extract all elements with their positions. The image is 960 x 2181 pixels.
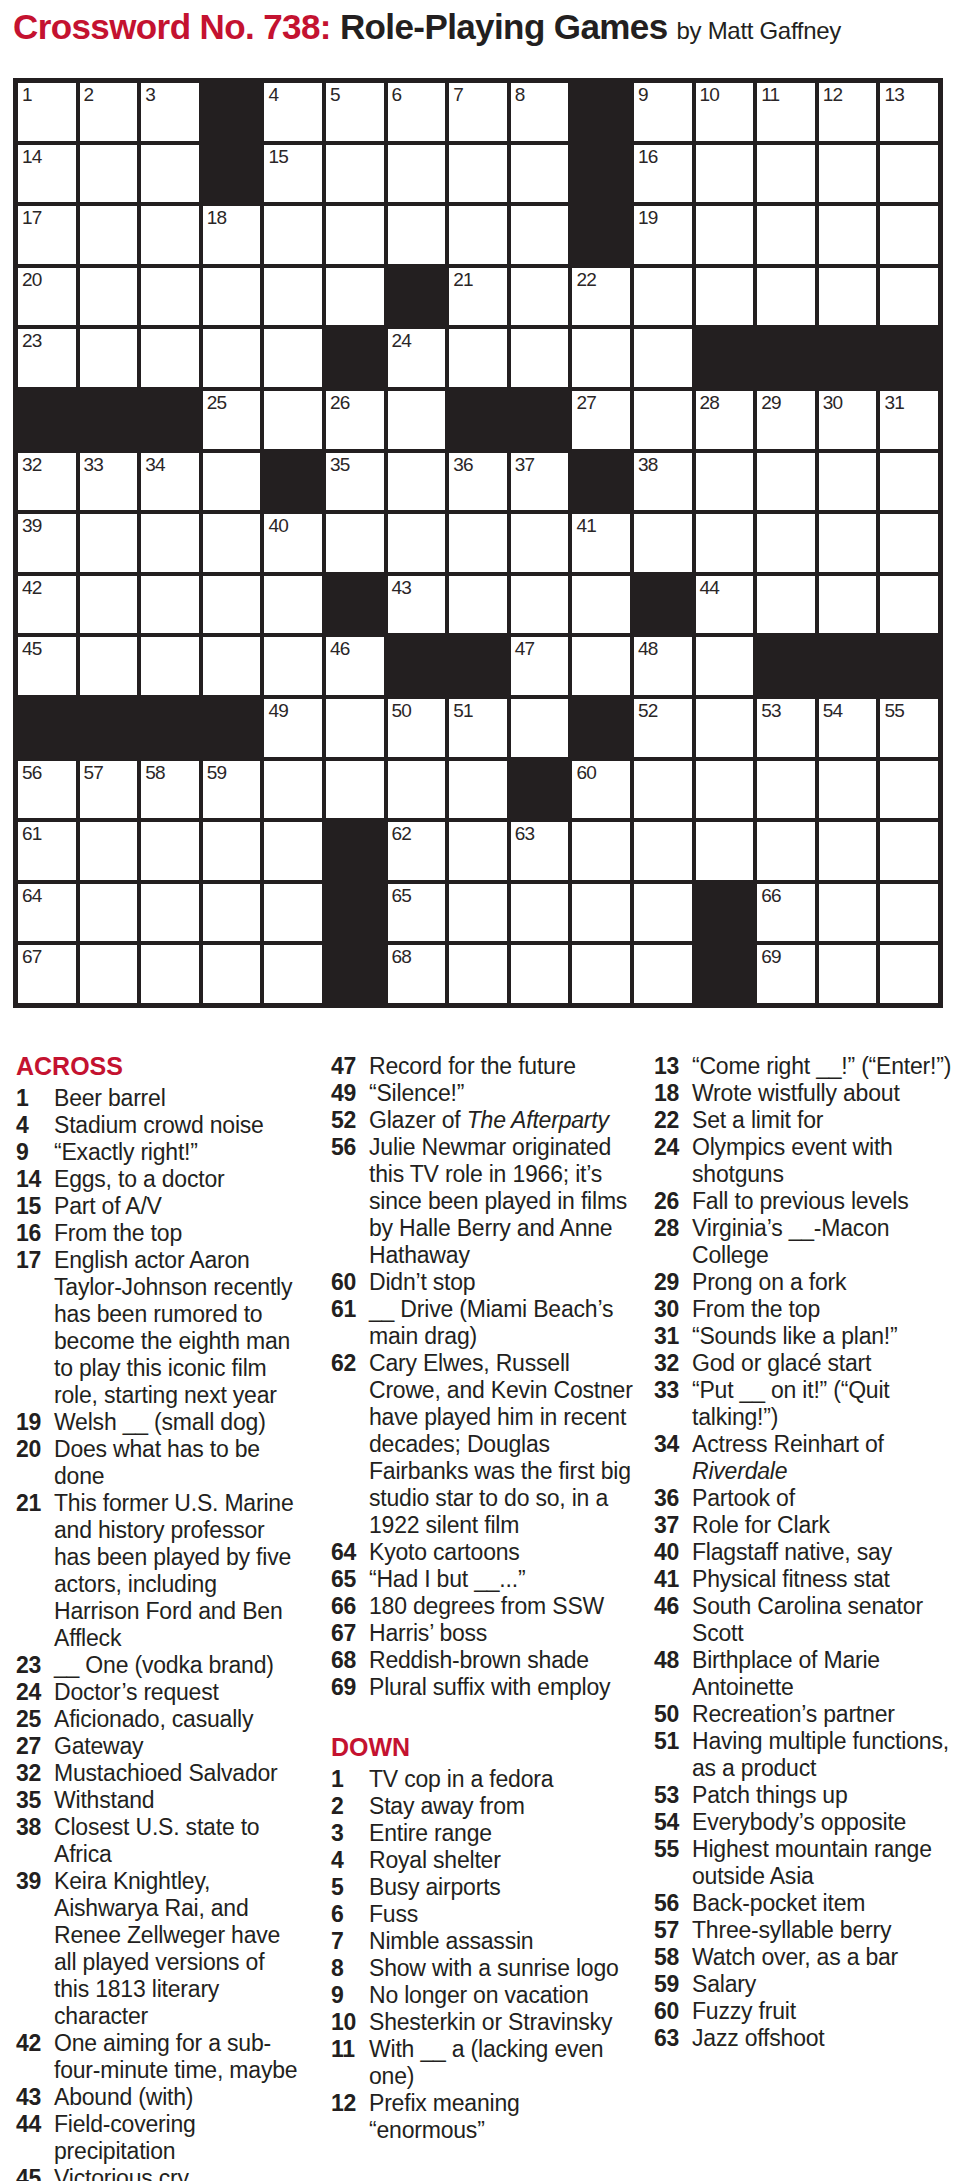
cell-r15c14[interactable]	[819, 945, 877, 1003]
cell-r13c14[interactable]	[819, 822, 877, 880]
cell-r15c10[interactable]	[572, 945, 630, 1003]
cell-r8c2[interactable]	[80, 514, 138, 572]
cell-r15c11[interactable]	[634, 945, 692, 1003]
cell-r2c2[interactable]	[80, 145, 138, 203]
down-clue-59: 59Salary	[654, 1971, 954, 1998]
cell-r15c4[interactable]	[203, 945, 261, 1003]
cell-r6c12[interactable]: 28	[696, 391, 754, 449]
cell-r3c11[interactable]: 19	[634, 206, 692, 264]
clue-number: 20	[22, 270, 42, 289]
black-cell-r11c10	[572, 699, 630, 757]
black-cell-r12c9	[511, 761, 569, 819]
cell-r4c3[interactable]	[141, 268, 199, 326]
cell-r14c14[interactable]	[819, 884, 877, 942]
cell-r3c5[interactable]	[264, 206, 322, 264]
cell-r2c3[interactable]	[141, 145, 199, 203]
cell-r14c8[interactable]	[449, 884, 507, 942]
cell-r5c3[interactable]	[141, 329, 199, 387]
cell-r7c8[interactable]: 36	[449, 453, 507, 511]
clue-num: 39	[16, 1868, 54, 1895]
cell-r11c5[interactable]: 49	[264, 699, 322, 757]
cell-r15c8[interactable]	[449, 945, 507, 1003]
clue-number: 23	[22, 331, 42, 350]
across-clue-32: 32Mustachioed Salvador	[16, 1760, 304, 1787]
cell-r8c7[interactable]	[388, 514, 446, 572]
clue-num: 18	[654, 1080, 692, 1107]
cell-r13c2[interactable]	[80, 822, 138, 880]
cell-r11c15[interactable]: 55	[880, 699, 938, 757]
clue-number: 18	[207, 208, 227, 227]
cell-r10c10[interactable]	[572, 637, 630, 695]
cell-r1c15[interactable]: 13	[880, 83, 938, 141]
cell-r9c10[interactable]	[572, 576, 630, 634]
clue-text: Actress Reinhart of Riverdale	[692, 1431, 954, 1485]
cell-r2c6[interactable]	[326, 145, 384, 203]
cell-r1c2[interactable]: 2	[80, 83, 138, 141]
cell-r1c13[interactable]: 11	[757, 83, 815, 141]
clue-number: 36	[453, 455, 473, 474]
cell-r2c9[interactable]	[511, 145, 569, 203]
down-clue-28: 28Virginia’s __-Macon College	[654, 1215, 954, 1269]
cell-r12c5[interactable]	[264, 761, 322, 819]
clue-text: Abound (with)	[54, 2084, 304, 2111]
black-cell-r5c12	[696, 329, 754, 387]
cell-r4c9[interactable]	[511, 268, 569, 326]
cell-r6c10[interactable]: 27	[572, 391, 630, 449]
clue-num: 4	[331, 1847, 369, 1874]
across-clue-15: 15Part of A/V	[16, 1193, 304, 1220]
cell-r10c4[interactable]	[203, 637, 261, 695]
cell-r12c4[interactable]: 59	[203, 761, 261, 819]
cell-r3c12[interactable]	[696, 206, 754, 264]
cell-r10c3[interactable]	[141, 637, 199, 695]
cell-r3c7[interactable]	[388, 206, 446, 264]
cell-r4c15[interactable]	[880, 268, 938, 326]
cell-r2c7[interactable]	[388, 145, 446, 203]
cell-r9c5[interactable]	[264, 576, 322, 634]
cell-r1c5[interactable]: 4	[264, 83, 322, 141]
cell-r4c2[interactable]	[80, 268, 138, 326]
cell-r6c6[interactable]: 26	[326, 391, 384, 449]
clue-num: 62	[331, 1350, 369, 1377]
cell-r15c5[interactable]	[264, 945, 322, 1003]
cell-r10c12[interactable]	[696, 637, 754, 695]
clue-number: 32	[22, 455, 42, 474]
black-cell-r15c6	[326, 945, 384, 1003]
cell-r3c9[interactable]	[511, 206, 569, 264]
clue-num: 36	[654, 1485, 692, 1512]
down-clue-56: 56Back-pocket item	[654, 1890, 954, 1917]
cell-r14c2[interactable]	[80, 884, 138, 942]
clue-num: 33	[654, 1377, 692, 1404]
cell-r2c14[interactable]	[819, 145, 877, 203]
cell-r9c1[interactable]: 42	[18, 576, 76, 634]
cell-r11c8[interactable]: 51	[449, 699, 507, 757]
clue-num: 69	[331, 1674, 369, 1701]
cell-r1c12[interactable]: 10	[696, 83, 754, 141]
clue-num: 66	[331, 1593, 369, 1620]
cell-r10c11[interactable]: 48	[634, 637, 692, 695]
cell-r8c4[interactable]	[203, 514, 261, 572]
clue-text: Fuzzy fruit	[692, 1998, 954, 2025]
black-cell-r6c9	[511, 391, 569, 449]
across-clue-21: 21This former U.S. Marine and history pr…	[16, 1490, 304, 1652]
cell-r8c10[interactable]: 41	[572, 514, 630, 572]
cell-r1c3[interactable]: 3	[141, 83, 199, 141]
clue-num: 65	[331, 1566, 369, 1593]
across-clue-47: 47Record for the future	[331, 1053, 637, 1080]
cell-r3c13[interactable]	[757, 206, 815, 264]
black-cell-r14c12	[696, 884, 754, 942]
down-clue-3: 3Entire range	[331, 1820, 637, 1847]
clue-text: “Had I but __...”	[369, 1566, 637, 1593]
clue-text: Highest mountain range outside Asia	[692, 1836, 954, 1890]
clue-number: 50	[392, 701, 412, 720]
cell-r12c12[interactable]	[696, 761, 754, 819]
cell-r15c2[interactable]	[80, 945, 138, 1003]
cell-r14c3[interactable]	[141, 884, 199, 942]
cell-r2c8[interactable]	[449, 145, 507, 203]
cell-r9c13[interactable]	[757, 576, 815, 634]
clue-num: 25	[16, 1706, 54, 1733]
cell-r4c5[interactable]	[264, 268, 322, 326]
cell-r4c12[interactable]	[696, 268, 754, 326]
down-clue-57: 57Three-syllable berry	[654, 1917, 954, 1944]
clue-num: 27	[16, 1733, 54, 1760]
cell-r1c8[interactable]: 7	[449, 83, 507, 141]
cell-r5c11[interactable]	[634, 329, 692, 387]
cell-r4c11[interactable]	[634, 268, 692, 326]
clue-number: 9	[638, 85, 648, 104]
cell-r2c1[interactable]: 14	[18, 145, 76, 203]
cell-r1c14[interactable]: 12	[819, 83, 877, 141]
cell-r3c15[interactable]	[880, 206, 938, 264]
clue-text: “Sounds like a plan!”	[692, 1323, 954, 1350]
cell-r13c4[interactable]	[203, 822, 261, 880]
down-clue-41: 41Physical fitness stat	[654, 1566, 954, 1593]
cell-r15c9[interactable]	[511, 945, 569, 1003]
cell-r12c10[interactable]: 60	[572, 761, 630, 819]
cell-r2c13[interactable]	[757, 145, 815, 203]
cell-r11c11[interactable]: 52	[634, 699, 692, 757]
down-clue-22: 22Set a limit for	[654, 1107, 954, 1134]
clue-num: 22	[654, 1107, 692, 1134]
black-cell-r5c13	[757, 329, 815, 387]
cell-r14c15[interactable]	[880, 884, 938, 942]
cell-r1c7[interactable]: 6	[388, 83, 446, 141]
cell-r8c13[interactable]	[757, 514, 815, 572]
cell-r11c12[interactable]	[696, 699, 754, 757]
cell-r3c4[interactable]: 18	[203, 206, 261, 264]
cell-r3c14[interactable]	[819, 206, 877, 264]
clue-text: English actor Aaron Taylor-Johnson recen…	[54, 1247, 304, 1409]
clue-number: 61	[22, 824, 42, 843]
cell-r14c10[interactable]	[572, 884, 630, 942]
cell-r13c12[interactable]	[696, 822, 754, 880]
clue-num: 68	[331, 1647, 369, 1674]
clue-num: 43	[16, 2084, 54, 2111]
black-cell-r3c10	[572, 206, 630, 264]
clue-num: 50	[654, 1701, 692, 1728]
across-clue-68: 68Reddish-brown shade	[331, 1647, 637, 1674]
clue-number: 26	[330, 393, 350, 412]
clue-num: 59	[654, 1971, 692, 1998]
down-clue-63: 63Jazz offshoot	[654, 2025, 954, 2052]
cell-r5c7[interactable]: 24	[388, 329, 446, 387]
clue-num: 47	[331, 1053, 369, 1080]
clue-num: 34	[654, 1431, 692, 1458]
across-clue-49: 49“Silence!”	[331, 1080, 637, 1107]
cell-r3c6[interactable]	[326, 206, 384, 264]
clue-number: 6	[392, 85, 402, 104]
clue-num: 16	[16, 1220, 54, 1247]
cell-r13c15[interactable]	[880, 822, 938, 880]
clue-number: 55	[884, 701, 904, 720]
clue-number: 27	[576, 393, 596, 412]
cell-r10c9[interactable]: 47	[511, 637, 569, 695]
cell-r9c2[interactable]	[80, 576, 138, 634]
clue-text: Glazer of The Afterparty	[369, 1107, 637, 1134]
cell-r11c14[interactable]: 54	[819, 699, 877, 757]
cell-r5c4[interactable]	[203, 329, 261, 387]
clue-num: 2	[331, 1793, 369, 1820]
clue-num: 13	[654, 1053, 692, 1080]
cell-r5c5[interactable]	[264, 329, 322, 387]
cell-r14c7[interactable]: 65	[388, 884, 446, 942]
cell-r1c11[interactable]: 9	[634, 83, 692, 141]
cell-r12c7[interactable]	[388, 761, 446, 819]
cell-r13c10[interactable]	[572, 822, 630, 880]
cell-r9c4[interactable]	[203, 576, 261, 634]
clue-num: 9	[16, 1139, 54, 1166]
black-cell-r2c10	[572, 145, 630, 203]
cell-r14c9[interactable]	[511, 884, 569, 942]
clue-number: 67	[22, 947, 42, 966]
clue-number: 53	[761, 701, 781, 720]
cell-r3c2[interactable]	[80, 206, 138, 264]
cell-r9c14[interactable]	[819, 576, 877, 634]
cell-r6c5[interactable]	[264, 391, 322, 449]
crossword-grid[interactable]: 1234567891011121314151617181920212223242…	[13, 78, 943, 1008]
cell-r8c5[interactable]: 40	[264, 514, 322, 572]
cell-r5c8[interactable]	[449, 329, 507, 387]
cell-r11c7[interactable]: 50	[388, 699, 446, 757]
cell-r12c11[interactable]	[634, 761, 692, 819]
cell-r5c1[interactable]: 23	[18, 329, 76, 387]
cell-r4c14[interactable]	[819, 268, 877, 326]
clue-number: 38	[638, 455, 658, 474]
cell-r12c3[interactable]: 58	[141, 761, 199, 819]
clue-num: 11	[331, 2036, 369, 2063]
cell-r3c3[interactable]	[141, 206, 199, 264]
cell-r13c3[interactable]	[141, 822, 199, 880]
cell-r13c7[interactable]: 62	[388, 822, 446, 880]
clue-num: 60	[654, 1998, 692, 2025]
clue-text: Eggs, to a doctor	[54, 1166, 304, 1193]
clue-num: 23	[16, 1652, 54, 1679]
cell-r5c10[interactable]	[572, 329, 630, 387]
clue-text: Set a limit for	[692, 1107, 954, 1134]
clue-number: 28	[700, 393, 720, 412]
cell-r3c8[interactable]	[449, 206, 507, 264]
cell-r14c11[interactable]	[634, 884, 692, 942]
clue-number: 13	[884, 85, 904, 104]
cell-r7c13[interactable]	[757, 453, 815, 511]
cell-r14c4[interactable]	[203, 884, 261, 942]
cell-r6c13[interactable]: 29	[757, 391, 815, 449]
clue-num: 14	[16, 1166, 54, 1193]
cell-r9c12[interactable]: 44	[696, 576, 754, 634]
cell-r9c9[interactable]	[511, 576, 569, 634]
clue-number: 2	[84, 85, 94, 104]
cell-r12c13[interactable]	[757, 761, 815, 819]
cell-r9c15[interactable]	[880, 576, 938, 634]
clue-number: 44	[700, 578, 720, 597]
cell-r7c4[interactable]	[203, 453, 261, 511]
cell-r4c1[interactable]: 20	[18, 268, 76, 326]
cell-r7c2[interactable]: 33	[80, 453, 138, 511]
black-cell-r11c3	[141, 699, 199, 757]
clue-number: 40	[268, 516, 288, 535]
clue-text: Part of A/V	[54, 1193, 304, 1220]
clue-text: Show with a sunrise logo	[369, 1955, 637, 1982]
cell-r6c7[interactable]	[388, 391, 446, 449]
cell-r13c9[interactable]: 63	[511, 822, 569, 880]
across-clue-24: 24Doctor’s request	[16, 1679, 304, 1706]
down-clue-1: 1TV cop in a fedora	[331, 1766, 637, 1793]
cell-r6c14[interactable]: 30	[819, 391, 877, 449]
cell-r6c4[interactable]: 25	[203, 391, 261, 449]
clue-num: 28	[654, 1215, 692, 1242]
clue-text: Stadium crowd noise	[54, 1112, 304, 1139]
cell-r9c8[interactable]	[449, 576, 507, 634]
across-clue-14: 14Eggs, to a doctor	[16, 1166, 304, 1193]
cell-r4c8[interactable]: 21	[449, 268, 507, 326]
cell-r2c12[interactable]	[696, 145, 754, 203]
cell-r8c11[interactable]	[634, 514, 692, 572]
cell-r8c6[interactable]	[326, 514, 384, 572]
cell-r12c15[interactable]	[880, 761, 938, 819]
clue-num: 8	[331, 1955, 369, 1982]
cell-r14c13[interactable]: 66	[757, 884, 815, 942]
cell-r6c11[interactable]	[634, 391, 692, 449]
cell-r12c8[interactable]	[449, 761, 507, 819]
cell-r5c9[interactable]	[511, 329, 569, 387]
cell-r10c2[interactable]	[80, 637, 138, 695]
across-clue-43: 43Abound (with)	[16, 2084, 304, 2111]
black-cell-r2c4	[203, 145, 261, 203]
cell-r13c8[interactable]	[449, 822, 507, 880]
clue-text: Royal shelter	[369, 1847, 637, 1874]
cell-r7c14[interactable]	[819, 453, 877, 511]
cell-r13c11[interactable]	[634, 822, 692, 880]
cell-r15c15[interactable]	[880, 945, 938, 1003]
cell-r8c8[interactable]	[449, 514, 507, 572]
cell-r13c1[interactable]: 61	[18, 822, 76, 880]
clue-number: 66	[761, 886, 781, 905]
cell-r7c11[interactable]: 38	[634, 453, 692, 511]
cell-r12c1[interactable]: 56	[18, 761, 76, 819]
cell-r15c13[interactable]: 69	[757, 945, 815, 1003]
clue-number: 29	[761, 393, 781, 412]
cell-r11c13[interactable]: 53	[757, 699, 815, 757]
cell-r8c12[interactable]	[696, 514, 754, 572]
cell-r8c1[interactable]: 39	[18, 514, 76, 572]
across-clue-4: 4Stadium crowd noise	[16, 1112, 304, 1139]
cell-r4c4[interactable]	[203, 268, 261, 326]
cell-r12c14[interactable]	[819, 761, 877, 819]
cell-r11c9[interactable]	[511, 699, 569, 757]
clue-text: From the top	[692, 1296, 954, 1323]
clue-text: Olympics event with shotguns	[692, 1134, 954, 1188]
cell-r10c1[interactable]: 45	[18, 637, 76, 695]
clue-number: 24	[392, 331, 412, 350]
cell-r4c13[interactable]	[757, 268, 815, 326]
cell-r7c15[interactable]	[880, 453, 938, 511]
down-clue-46: 46South Carolina senator Scott	[654, 1593, 954, 1647]
cell-r7c3[interactable]: 34	[141, 453, 199, 511]
cell-r2c5[interactable]: 15	[264, 145, 322, 203]
clue-num: 1	[16, 1085, 54, 1112]
cell-r15c7[interactable]: 68	[388, 945, 446, 1003]
cell-r15c1[interactable]: 67	[18, 945, 76, 1003]
cell-r4c6[interactable]	[326, 268, 384, 326]
cell-r2c15[interactable]	[880, 145, 938, 203]
cell-r8c14[interactable]	[819, 514, 877, 572]
clue-text: Closest U.S. state to Africa	[54, 1814, 304, 1868]
clue-text: Kyoto cartoons	[369, 1539, 637, 1566]
cell-r1c9[interactable]: 8	[511, 83, 569, 141]
cell-r14c1[interactable]: 64	[18, 884, 76, 942]
clue-num: 30	[654, 1296, 692, 1323]
cell-r15c3[interactable]	[141, 945, 199, 1003]
down-clue-13: 13“Come right __!” (“Enter!”)	[654, 1053, 954, 1080]
cell-r1c6[interactable]: 5	[326, 83, 384, 141]
cell-r5c2[interactable]	[80, 329, 138, 387]
cell-r9c7[interactable]: 43	[388, 576, 446, 634]
cell-r12c6[interactable]	[326, 761, 384, 819]
cell-r7c9[interactable]: 37	[511, 453, 569, 511]
cell-r12c2[interactable]: 57	[80, 761, 138, 819]
cell-r7c7[interactable]	[388, 453, 446, 511]
cell-r8c9[interactable]	[511, 514, 569, 572]
cell-r13c13[interactable]	[757, 822, 815, 880]
clue-number: 12	[823, 85, 843, 104]
black-cell-r9c11	[634, 576, 692, 634]
cell-r8c15[interactable]	[880, 514, 938, 572]
clue-text: __ Drive (Miami Beach’s main drag)	[369, 1296, 637, 1350]
cell-r8c3[interactable]	[141, 514, 199, 572]
cell-r7c12[interactable]	[696, 453, 754, 511]
cell-r14c5[interactable]	[264, 884, 322, 942]
cell-r3c1[interactable]: 17	[18, 206, 76, 264]
cell-r2c11[interactable]: 16	[634, 145, 692, 203]
cell-r10c6[interactable]: 46	[326, 637, 384, 695]
cell-r6c15[interactable]: 31	[880, 391, 938, 449]
clue-text: “Come right __!” (“Enter!”)	[692, 1053, 954, 1080]
cell-r9c3[interactable]	[141, 576, 199, 634]
cell-r10c5[interactable]	[264, 637, 322, 695]
cell-r11c6[interactable]	[326, 699, 384, 757]
cell-r13c5[interactable]	[264, 822, 322, 880]
clue-number: 33	[84, 455, 104, 474]
cell-r7c6[interactable]: 35	[326, 453, 384, 511]
cell-r1c1[interactable]: 1	[18, 83, 76, 141]
cell-r7c1[interactable]: 32	[18, 453, 76, 511]
cell-r4c10[interactable]: 22	[572, 268, 630, 326]
clue-number: 15	[268, 147, 288, 166]
clue-number: 34	[145, 455, 165, 474]
